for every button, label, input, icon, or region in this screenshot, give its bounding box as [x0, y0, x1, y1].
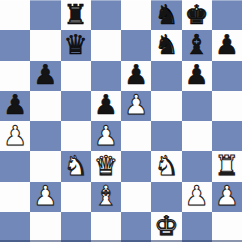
square-d4[interactable]: ♟	[91, 121, 121, 151]
square-d5[interactable]: ♟	[91, 91, 121, 121]
square-a7[interactable]	[0, 30, 30, 60]
square-a8[interactable]	[0, 0, 30, 30]
square-c5[interactable]	[61, 91, 91, 121]
square-g2[interactable]: ♟	[182, 182, 212, 212]
square-b7[interactable]	[30, 30, 60, 60]
square-h1[interactable]	[212, 212, 242, 242]
square-a3[interactable]	[0, 151, 30, 181]
square-a1[interactable]	[0, 212, 30, 242]
square-g1[interactable]	[182, 212, 212, 242]
square-b8[interactable]	[30, 0, 60, 30]
square-d3[interactable]: ♛	[91, 151, 121, 181]
square-g7[interactable]: ♝	[182, 30, 212, 60]
piece-white-rook[interactable]: ♜	[215, 152, 239, 179]
square-h4[interactable]	[212, 121, 242, 151]
square-c7[interactable]: ♛	[61, 30, 91, 60]
square-f7[interactable]: ♞	[151, 30, 181, 60]
piece-white-knight[interactable]: ♞	[154, 152, 178, 179]
piece-black-pawn[interactable]: ♟	[33, 61, 57, 88]
square-d7[interactable]	[91, 30, 121, 60]
square-a6[interactable]	[0, 61, 30, 91]
piece-white-pawn[interactable]: ♟	[94, 122, 118, 149]
piece-black-pawn[interactable]: ♟	[3, 91, 27, 118]
piece-black-pawn[interactable]: ♟	[124, 61, 148, 88]
square-f8[interactable]: ♞	[151, 0, 181, 30]
square-d1[interactable]	[91, 212, 121, 242]
square-c8[interactable]: ♜	[61, 0, 91, 30]
chess-board: ♜♞♚♛♞♝♟♟♟♟♟♟♟♟♟♞♛♞♜♟♝♟♟♚	[0, 0, 242, 242]
piece-black-pawn[interactable]: ♟	[94, 91, 118, 118]
square-d2[interactable]: ♝	[91, 182, 121, 212]
square-h5[interactable]	[212, 91, 242, 121]
square-f3[interactable]: ♞	[151, 151, 181, 181]
square-a5[interactable]: ♟	[0, 91, 30, 121]
square-h7[interactable]: ♟	[212, 30, 242, 60]
square-b3[interactable]	[30, 151, 60, 181]
piece-black-bishop[interactable]: ♝	[185, 31, 209, 58]
piece-black-pawn[interactable]: ♟	[215, 31, 239, 58]
square-h8[interactable]	[212, 0, 242, 30]
square-e3[interactable]	[121, 151, 151, 181]
piece-white-knight[interactable]: ♞	[64, 152, 88, 179]
piece-white-pawn[interactable]: ♟	[124, 91, 148, 118]
square-g4[interactable]	[182, 121, 212, 151]
square-f4[interactable]	[151, 121, 181, 151]
piece-white-pawn[interactable]: ♟	[3, 122, 27, 149]
square-b1[interactable]	[30, 212, 60, 242]
square-e8[interactable]	[121, 0, 151, 30]
piece-white-queen[interactable]: ♛	[94, 152, 118, 179]
square-c2[interactable]	[61, 182, 91, 212]
square-e1[interactable]	[121, 212, 151, 242]
square-b4[interactable]	[30, 121, 60, 151]
square-e5[interactable]: ♟	[121, 91, 151, 121]
square-d6[interactable]	[91, 61, 121, 91]
square-d8[interactable]	[91, 0, 121, 30]
piece-black-knight[interactable]: ♞	[154, 31, 178, 58]
square-g8[interactable]: ♚	[182, 0, 212, 30]
piece-black-rook[interactable]: ♜	[64, 1, 88, 28]
square-b5[interactable]	[30, 91, 60, 121]
square-e2[interactable]	[121, 182, 151, 212]
square-c3[interactable]: ♞	[61, 151, 91, 181]
piece-white-pawn[interactable]: ♟	[185, 182, 209, 209]
square-b2[interactable]: ♟	[30, 182, 60, 212]
square-g3[interactable]	[182, 151, 212, 181]
square-g6[interactable]: ♟	[182, 61, 212, 91]
square-e7[interactable]	[121, 30, 151, 60]
square-c4[interactable]	[61, 121, 91, 151]
square-c6[interactable]	[61, 61, 91, 91]
square-a2[interactable]	[0, 182, 30, 212]
piece-white-king[interactable]: ♚	[154, 212, 178, 239]
square-f2[interactable]	[151, 182, 181, 212]
square-f5[interactable]	[151, 91, 181, 121]
square-a4[interactable]: ♟	[0, 121, 30, 151]
square-b6[interactable]: ♟	[30, 61, 60, 91]
square-e4[interactable]	[121, 121, 151, 151]
square-h2[interactable]: ♟	[212, 182, 242, 212]
piece-white-bishop[interactable]: ♝	[94, 182, 118, 209]
piece-black-king[interactable]: ♚	[185, 1, 209, 28]
piece-white-pawn[interactable]: ♟	[215, 182, 239, 209]
square-f1[interactable]: ♚	[151, 212, 181, 242]
piece-black-queen[interactable]: ♛	[64, 31, 88, 58]
square-h6[interactable]	[212, 61, 242, 91]
square-e6[interactable]: ♟	[121, 61, 151, 91]
piece-white-pawn[interactable]: ♟	[33, 182, 57, 209]
square-g5[interactable]	[182, 91, 212, 121]
piece-black-knight[interactable]: ♞	[154, 1, 178, 28]
square-h3[interactable]: ♜	[212, 151, 242, 181]
square-c1[interactable]	[61, 212, 91, 242]
piece-black-pawn[interactable]: ♟	[185, 61, 209, 88]
square-f6[interactable]	[151, 61, 181, 91]
